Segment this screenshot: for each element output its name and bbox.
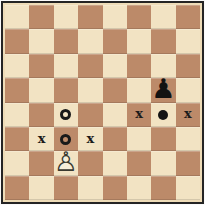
square-g1[interactable]: [151, 176, 175, 200]
square-h7[interactable]: [176, 29, 200, 53]
square-d8[interactable]: [78, 5, 102, 29]
square-g6[interactable]: [151, 54, 175, 78]
square-d3[interactable]: x: [78, 127, 102, 151]
move-circle-marker: [60, 109, 71, 120]
square-f7[interactable]: [127, 29, 151, 53]
square-e4[interactable]: [103, 103, 127, 127]
chess-board-frame: ♟xxxx♟♙: [1, 1, 204, 204]
square-a8[interactable]: [5, 5, 29, 29]
square-h4[interactable]: x: [176, 103, 200, 127]
square-a6[interactable]: [5, 54, 29, 78]
square-e3[interactable]: [103, 127, 127, 151]
chess-board: ♟xxxx♟♙: [5, 5, 200, 200]
square-c4[interactable]: [54, 103, 78, 127]
square-b5[interactable]: [29, 78, 53, 102]
square-h6[interactable]: [176, 54, 200, 78]
square-c8[interactable]: [54, 5, 78, 29]
square-g5[interactable]: ♟: [151, 78, 175, 102]
square-a5[interactable]: [5, 78, 29, 102]
square-a7[interactable]: [5, 29, 29, 53]
white-pawn-fill: ♟: [54, 149, 78, 176]
square-d5[interactable]: [78, 78, 102, 102]
square-h8[interactable]: [176, 5, 200, 29]
square-a2[interactable]: [5, 151, 29, 175]
square-b6[interactable]: [29, 54, 53, 78]
white-pawn-outline: ♙: [54, 149, 78, 176]
move-dot-marker: [158, 110, 168, 120]
capture-x-marker: x: [38, 132, 46, 145]
capture-x-marker: x: [86, 132, 94, 145]
square-f6[interactable]: [127, 54, 151, 78]
square-c6[interactable]: [54, 54, 78, 78]
square-g8[interactable]: [151, 5, 175, 29]
square-f2[interactable]: [127, 151, 151, 175]
square-e6[interactable]: [103, 54, 127, 78]
move-circle-marker: [60, 134, 71, 145]
square-c3[interactable]: [54, 127, 78, 151]
square-e7[interactable]: [103, 29, 127, 53]
square-a1[interactable]: [5, 176, 29, 200]
square-b8[interactable]: [29, 5, 53, 29]
square-d1[interactable]: [78, 176, 102, 200]
square-d7[interactable]: [78, 29, 102, 53]
square-b4[interactable]: [29, 103, 53, 127]
square-d4[interactable]: [78, 103, 102, 127]
square-a4[interactable]: [5, 103, 29, 127]
black-pawn-glyph: ♟: [151, 76, 175, 103]
square-b3[interactable]: x: [29, 127, 53, 151]
black-pawn[interactable]: ♟: [151, 78, 175, 102]
diagram-background: ♟xxxx♟♙: [0, 0, 205, 205]
square-f4[interactable]: x: [127, 103, 151, 127]
square-h3[interactable]: [176, 127, 200, 151]
square-e1[interactable]: [103, 176, 127, 200]
square-g4[interactable]: [151, 103, 175, 127]
square-d6[interactable]: [78, 54, 102, 78]
square-b1[interactable]: [29, 176, 53, 200]
square-c1[interactable]: [54, 176, 78, 200]
square-g3[interactable]: [151, 127, 175, 151]
square-c2[interactable]: ♟♙: [54, 151, 78, 175]
square-h5[interactable]: [176, 78, 200, 102]
square-e8[interactable]: [103, 5, 127, 29]
capture-x-marker: x: [184, 107, 192, 120]
square-h2[interactable]: [176, 151, 200, 175]
square-b7[interactable]: [29, 29, 53, 53]
square-c5[interactable]: [54, 78, 78, 102]
white-pawn[interactable]: ♟♙: [54, 151, 78, 175]
square-f1[interactable]: [127, 176, 151, 200]
square-c7[interactable]: [54, 29, 78, 53]
square-e5[interactable]: [103, 78, 127, 102]
square-a3[interactable]: [5, 127, 29, 151]
square-h1[interactable]: [176, 176, 200, 200]
capture-x-marker: x: [135, 107, 143, 120]
square-e2[interactable]: [103, 151, 127, 175]
square-b2[interactable]: [29, 151, 53, 175]
square-g2[interactable]: [151, 151, 175, 175]
square-g7[interactable]: [151, 29, 175, 53]
square-d2[interactable]: [78, 151, 102, 175]
square-f3[interactable]: [127, 127, 151, 151]
square-f8[interactable]: [127, 5, 151, 29]
square-f5[interactable]: [127, 78, 151, 102]
